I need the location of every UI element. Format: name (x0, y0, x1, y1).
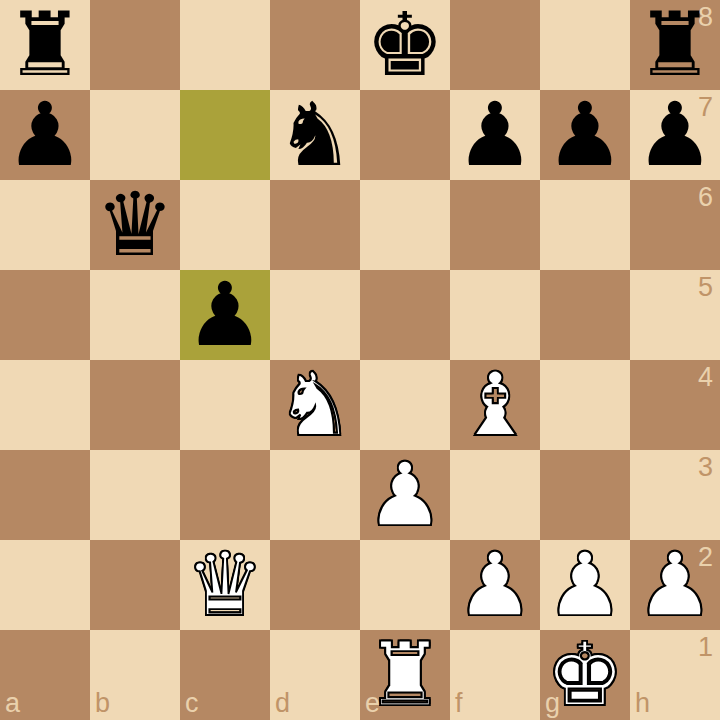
white-rook-piece[interactable]: ♜ (360, 630, 450, 720)
coord-file-a: a (5, 690, 20, 717)
square-d8[interactable] (270, 0, 360, 90)
square-a3[interactable] (0, 450, 90, 540)
coord-rank-5: 5 (698, 274, 713, 301)
square-g2[interactable]: ♟ (540, 540, 630, 630)
white-bishop-piece[interactable]: ♝ (450, 360, 540, 450)
black-pawn-piece[interactable]: ♟ (630, 90, 720, 180)
square-b1[interactable]: b (90, 630, 180, 720)
square-f2[interactable]: ♟ (450, 540, 540, 630)
white-king-piece[interactable]: ♚ (540, 630, 630, 720)
square-d4[interactable]: ♞ (270, 360, 360, 450)
square-a5[interactable] (0, 270, 90, 360)
square-h6[interactable]: 6 (630, 180, 720, 270)
square-c2[interactable]: ♛ (180, 540, 270, 630)
coord-rank-4: 4 (698, 364, 713, 391)
square-e5[interactable] (360, 270, 450, 360)
square-c1[interactable]: c (180, 630, 270, 720)
square-b4[interactable] (90, 360, 180, 450)
black-rook-piece[interactable]: ♜ (630, 0, 720, 90)
black-rook-piece[interactable]: ♜ (0, 0, 90, 90)
square-e2[interactable] (360, 540, 450, 630)
coord-file-b: b (95, 690, 110, 717)
chess-board: ♜♚♜8♟♞♟♟♟7♛6♟5♞♝4♟3♛♟♟♟2abcd♜ef♚gh1 (0, 0, 720, 720)
black-king-piece[interactable]: ♚ (360, 0, 450, 90)
coord-rank-6: 6 (698, 184, 713, 211)
square-h4[interactable]: 4 (630, 360, 720, 450)
square-f8[interactable] (450, 0, 540, 90)
square-d7[interactable]: ♞ (270, 90, 360, 180)
square-d5[interactable] (270, 270, 360, 360)
white-pawn-piece[interactable]: ♟ (360, 450, 450, 540)
square-e3[interactable]: ♟ (360, 450, 450, 540)
square-g4[interactable] (540, 360, 630, 450)
black-pawn-piece[interactable]: ♟ (450, 90, 540, 180)
black-knight-piece[interactable]: ♞ (270, 90, 360, 180)
white-queen-piece[interactable]: ♛ (180, 540, 270, 630)
square-c7[interactable] (180, 90, 270, 180)
square-a7[interactable]: ♟ (0, 90, 90, 180)
square-d1[interactable]: d (270, 630, 360, 720)
square-f5[interactable] (450, 270, 540, 360)
white-pawn-piece[interactable]: ♟ (540, 540, 630, 630)
square-d3[interactable] (270, 450, 360, 540)
square-h1[interactable]: h1 (630, 630, 720, 720)
square-e4[interactable] (360, 360, 450, 450)
square-h2[interactable]: ♟2 (630, 540, 720, 630)
square-h5[interactable]: 5 (630, 270, 720, 360)
square-f6[interactable] (450, 180, 540, 270)
white-pawn-piece[interactable]: ♟ (450, 540, 540, 630)
coord-file-h: h (635, 690, 650, 717)
square-g1[interactable]: ♚g (540, 630, 630, 720)
square-f7[interactable]: ♟ (450, 90, 540, 180)
square-d2[interactable] (270, 540, 360, 630)
coord-rank-1: 1 (698, 634, 713, 661)
black-pawn-piece[interactable]: ♟ (540, 90, 630, 180)
square-c8[interactable] (180, 0, 270, 90)
square-c3[interactable] (180, 450, 270, 540)
square-a8[interactable]: ♜ (0, 0, 90, 90)
square-h3[interactable]: 3 (630, 450, 720, 540)
square-f4[interactable]: ♝ (450, 360, 540, 450)
square-e8[interactable]: ♚ (360, 0, 450, 90)
white-pawn-piece[interactable]: ♟ (630, 540, 720, 630)
square-g3[interactable] (540, 450, 630, 540)
square-f1[interactable]: f (450, 630, 540, 720)
square-b6[interactable]: ♛ (90, 180, 180, 270)
square-b7[interactable] (90, 90, 180, 180)
square-g6[interactable] (540, 180, 630, 270)
coord-file-d: d (275, 690, 290, 717)
square-g5[interactable] (540, 270, 630, 360)
square-c5[interactable]: ♟ (180, 270, 270, 360)
coord-file-f: f (455, 690, 463, 717)
square-g7[interactable]: ♟ (540, 90, 630, 180)
square-a2[interactable] (0, 540, 90, 630)
square-a6[interactable] (0, 180, 90, 270)
square-g8[interactable] (540, 0, 630, 90)
square-f3[interactable] (450, 450, 540, 540)
square-b5[interactable] (90, 270, 180, 360)
coord-rank-3: 3 (698, 454, 713, 481)
square-b3[interactable] (90, 450, 180, 540)
square-a4[interactable] (0, 360, 90, 450)
square-e1[interactable]: ♜e (360, 630, 450, 720)
square-h7[interactable]: ♟7 (630, 90, 720, 180)
square-c6[interactable] (180, 180, 270, 270)
black-pawn-piece[interactable]: ♟ (0, 90, 90, 180)
square-e6[interactable] (360, 180, 450, 270)
square-b8[interactable] (90, 0, 180, 90)
black-pawn-piece[interactable]: ♟ (180, 270, 270, 360)
black-queen-piece[interactable]: ♛ (90, 180, 180, 270)
square-d6[interactable] (270, 180, 360, 270)
white-knight-piece[interactable]: ♞ (270, 360, 360, 450)
square-h8[interactable]: ♜8 (630, 0, 720, 90)
square-e7[interactable] (360, 90, 450, 180)
square-b2[interactable] (90, 540, 180, 630)
square-c4[interactable] (180, 360, 270, 450)
coord-file-c: c (185, 690, 199, 717)
square-a1[interactable]: a (0, 630, 90, 720)
